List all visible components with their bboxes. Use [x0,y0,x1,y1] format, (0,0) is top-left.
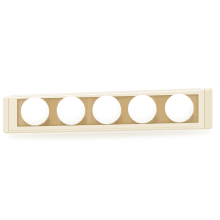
vanity-light-fixture [0,0,220,220]
globe-shade [21,97,49,125]
globe-shade [128,95,157,124]
product-image [0,0,220,220]
globe-shade [92,96,121,125]
globe-shade [165,94,194,123]
frame-right-end-face [205,89,212,129]
globe-shade [57,96,86,125]
